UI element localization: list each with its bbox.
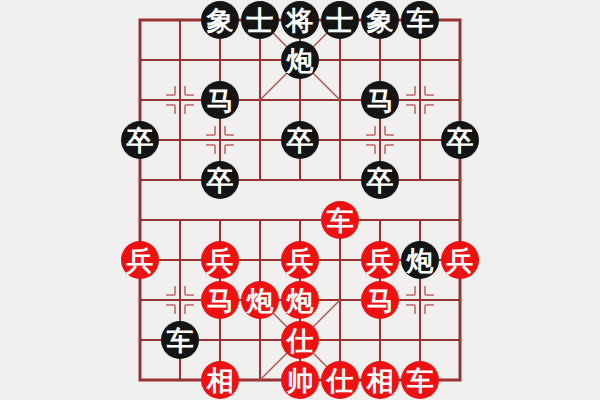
piece-black-king[interactable]: 将	[281, 1, 319, 39]
piece-red-pawn[interactable]: 兵	[281, 241, 319, 279]
piece-black-cannon[interactable]: 炮	[281, 41, 319, 79]
piece-black-elephant[interactable]: 象	[201, 1, 239, 39]
piece-black-elephant[interactable]: 象	[361, 1, 399, 39]
piece-black-pawn[interactable]: 卒	[281, 121, 319, 159]
piece-black-horse[interactable]: 马	[361, 81, 399, 119]
piece-black-chariot[interactable]: 车	[401, 1, 439, 39]
piece-red-elephant[interactable]: 相	[201, 361, 239, 399]
piece-red-chariot[interactable]: 车	[401, 361, 439, 399]
piece-black-pawn[interactable]: 卒	[441, 121, 479, 159]
piece-black-pawn[interactable]: 卒	[361, 161, 399, 199]
pieces-layer: 象士将士象车炮马马卒卒卒卒卒车兵兵兵兵炮兵马炮炮马车仕相帅仕相车	[0, 0, 600, 400]
piece-red-advisor[interactable]: 仕	[321, 361, 359, 399]
piece-red-pawn[interactable]: 兵	[441, 241, 479, 279]
piece-black-chariot[interactable]: 车	[161, 321, 199, 359]
piece-black-cannon[interactable]: 炮	[401, 241, 439, 279]
piece-red-horse[interactable]: 马	[361, 281, 399, 319]
piece-red-pawn[interactable]: 兵	[361, 241, 399, 279]
piece-red-pawn[interactable]: 兵	[121, 241, 159, 279]
piece-red-cannon[interactable]: 炮	[281, 281, 319, 319]
piece-red-king[interactable]: 帅	[281, 361, 319, 399]
xiangqi-diagram: 象士将士象车炮马马卒卒卒卒卒车兵兵兵兵炮兵马炮炮马车仕相帅仕相车	[0, 0, 600, 400]
piece-black-horse[interactable]: 马	[201, 81, 239, 119]
xiangqi-board[interactable]: 象士将士象车炮马马卒卒卒卒卒车兵兵兵兵炮兵马炮炮马车仕相帅仕相车	[0, 0, 600, 400]
piece-black-advisor[interactable]: 士	[321, 1, 359, 39]
piece-black-advisor[interactable]: 士	[241, 1, 279, 39]
piece-black-pawn[interactable]: 卒	[201, 161, 239, 199]
piece-red-chariot[interactable]: 车	[321, 201, 359, 239]
piece-red-cannon[interactable]: 炮	[241, 281, 279, 319]
piece-red-elephant[interactable]: 相	[361, 361, 399, 399]
piece-red-horse[interactable]: 马	[201, 281, 239, 319]
piece-red-pawn[interactable]: 兵	[201, 241, 239, 279]
piece-black-pawn[interactable]: 卒	[121, 121, 159, 159]
piece-red-advisor[interactable]: 仕	[281, 321, 319, 359]
